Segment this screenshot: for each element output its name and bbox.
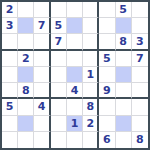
cell-r7c8[interactable] [116,99,132,115]
cell-r5c2[interactable] [18,67,34,83]
cell-r5c6-given: 1 [83,67,99,83]
cell-r4c3[interactable] [34,51,50,67]
cell-r3c2[interactable] [18,34,34,50]
cell-r1c1-given: 2 [2,2,18,18]
sudoku-board: 2537578325718495481268 [0,0,150,150]
cell-r6c6[interactable] [83,83,99,99]
cell-r3c4-given: 7 [51,34,67,50]
cell-r2c7[interactable] [99,18,115,34]
cell-r5c5[interactable] [67,67,83,83]
sudoku-page: 2537578325718495481268 [0,0,150,150]
cell-r7c4[interactable] [51,99,67,115]
cell-r7c3-given: 4 [34,99,50,115]
cell-r1c7[interactable] [99,2,115,18]
cell-r1c3[interactable] [34,2,50,18]
cell-r4c2-given: 2 [18,51,34,67]
cell-r7c9[interactable] [132,99,148,115]
cell-r9c4[interactable] [51,132,67,148]
cell-r6c2-given: 8 [18,83,34,99]
cell-r8c8[interactable] [116,116,132,132]
cell-r5c1[interactable] [2,67,18,83]
cell-r4c5[interactable] [67,51,83,67]
cell-r4c1[interactable] [2,51,18,67]
cell-r3c3[interactable] [34,34,50,50]
cell-r8c4[interactable] [51,116,67,132]
cell-r6c4[interactable] [51,83,67,99]
cell-r3c8-given: 8 [116,34,132,50]
cell-r4c7-given: 5 [99,51,115,67]
cell-r9c8[interactable] [116,132,132,148]
cell-r1c5[interactable] [67,2,83,18]
cell-r4c6[interactable] [83,51,99,67]
cell-r8c7[interactable] [99,116,115,132]
cell-r6c7-given: 9 [99,83,115,99]
cell-r9c3[interactable] [34,132,50,148]
cell-r8c5-given: 1 [67,116,83,132]
cell-r3c6[interactable] [83,34,99,50]
cell-r9c6[interactable] [83,132,99,148]
cell-r6c3[interactable] [34,83,50,99]
cell-r4c9-given: 7 [132,51,148,67]
cell-r8c1[interactable] [2,116,18,132]
cell-r8c9[interactable] [132,116,148,132]
cell-r1c2[interactable] [18,2,34,18]
cell-r4c8[interactable] [116,51,132,67]
cell-r5c4[interactable] [51,67,67,83]
cell-r7c6-given: 8 [83,99,99,115]
cell-r9c7-given: 6 [99,132,115,148]
cell-r5c9[interactable] [132,67,148,83]
cell-r3c7[interactable] [99,34,115,50]
cell-r2c8[interactable] [116,18,132,34]
cell-r5c3[interactable] [34,67,50,83]
cell-r2c9[interactable] [132,18,148,34]
cell-r6c9[interactable] [132,83,148,99]
cell-r6c5-given: 4 [67,83,83,99]
cell-r9c2[interactable] [18,132,34,148]
cell-r4c4[interactable] [51,51,67,67]
cell-r2c4-given: 5 [51,18,67,34]
cell-r7c2[interactable] [18,99,34,115]
cell-r2c3-given: 7 [34,18,50,34]
cell-r9c9-given: 8 [132,132,148,148]
cell-r2c6[interactable] [83,18,99,34]
cell-r1c6[interactable] [83,2,99,18]
cell-r8c2[interactable] [18,116,34,132]
cell-r3c1[interactable] [2,34,18,50]
cell-r8c3[interactable] [34,116,50,132]
cell-r1c8-given: 5 [116,2,132,18]
cell-r2c1-given: 3 [2,18,18,34]
cell-r5c7[interactable] [99,67,115,83]
cell-r2c5[interactable] [67,18,83,34]
cell-r9c1[interactable] [2,132,18,148]
cell-r9c5[interactable] [67,132,83,148]
cell-r6c8[interactable] [116,83,132,99]
cell-r3c9-given: 3 [132,34,148,50]
cell-r3c5[interactable] [67,34,83,50]
cell-r6c1[interactable] [2,83,18,99]
cell-r1c4[interactable] [51,2,67,18]
cell-r1c9[interactable] [132,2,148,18]
cell-r8c6-given: 2 [83,116,99,132]
cell-r7c1-given: 5 [2,99,18,115]
cell-r7c7[interactable] [99,99,115,115]
cell-r2c2[interactable] [18,18,34,34]
cell-r5c8[interactable] [116,67,132,83]
cell-r7c5[interactable] [67,99,83,115]
